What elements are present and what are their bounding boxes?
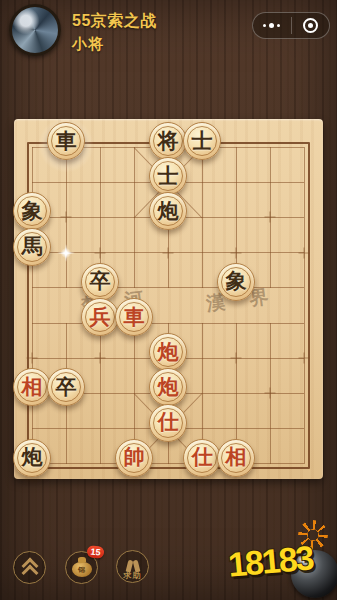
- xiangqi-piece-black[interactable]: 士: [149, 157, 187, 195]
- site-watermark: 18183: [228, 518, 336, 598]
- xiangqi-piece-red[interactable]: 炮: [149, 368, 187, 406]
- hint-bag-button[interactable]: 锦 15: [65, 551, 98, 584]
- hint-count-badge: 15: [86, 545, 104, 559]
- xiangqi-piece-black[interactable]: 車: [47, 122, 85, 160]
- logo-text: 18183: [226, 538, 314, 584]
- xiangqi-piece-red[interactable]: 相: [13, 368, 51, 406]
- wechat-capsule: [252, 12, 330, 39]
- ask-help-button[interactable]: 求助: [116, 550, 149, 583]
- money-bag-icon: 锦: [72, 562, 92, 577]
- xiangqi-piece-black[interactable]: 馬: [13, 228, 51, 266]
- more-icon: [263, 23, 280, 28]
- sparkle-highlight: [57, 244, 75, 262]
- xiangqi-piece-red[interactable]: 仕: [183, 439, 221, 477]
- player-avatar[interactable]: [9, 4, 61, 56]
- xiangqi-piece-red[interactable]: 相: [217, 439, 255, 477]
- xiangqi-piece-red[interactable]: 帥: [115, 439, 153, 477]
- xiangqi-piece-red[interactable]: 車: [115, 298, 153, 336]
- xiangqi-piece-red[interactable]: 仕: [149, 404, 187, 442]
- xiangqi-piece-black[interactable]: 卒: [47, 368, 85, 406]
- xiangqi-piece-black[interactable]: 卒: [81, 263, 119, 301]
- level-title: 55京索之战: [72, 11, 157, 32]
- xiangqi-piece-black[interactable]: 象: [217, 263, 255, 301]
- xiangqi-piece-red[interactable]: 兵: [81, 298, 119, 336]
- xiangqi-piece-black[interactable]: 士: [183, 122, 221, 160]
- xiangqi-piece-red[interactable]: 炮: [149, 333, 187, 371]
- exit-icon: [303, 18, 318, 33]
- menu-button[interactable]: [13, 551, 46, 584]
- help-label: 求助: [117, 570, 148, 581]
- xiangqi-piece-black[interactable]: 将: [149, 122, 187, 160]
- xiangqi-piece-black[interactable]: 象: [13, 192, 51, 230]
- more-button[interactable]: [253, 13, 291, 38]
- rank-label: 小将: [72, 35, 104, 54]
- xiangqi-piece-black[interactable]: 炮: [13, 439, 51, 477]
- xiangqi-piece-black[interactable]: 炮: [149, 192, 187, 230]
- exit-button[interactable]: [292, 13, 330, 38]
- app-screen: 55京索之战 小将 楚 河 漢 界 車将士士象炮馬卒象兵車炮相卒炮仕炮帥仕相 锦…: [0, 0, 337, 600]
- chevron-up-icon: [23, 563, 36, 576]
